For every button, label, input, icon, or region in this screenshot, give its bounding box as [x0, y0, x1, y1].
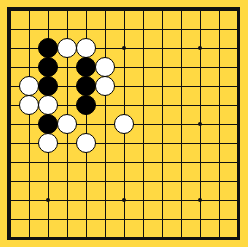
- intersection-M6[interactable]: [210, 134, 229, 153]
- intersection-B4[interactable]: [20, 172, 39, 191]
- star-point: [198, 198, 202, 202]
- intersection-A1[interactable]: [1, 229, 20, 247]
- intersection-E6[interactable]: ●: [77, 134, 96, 153]
- intersection-N10[interactable]: [229, 58, 248, 77]
- white-stone[interactable]: ●: [57, 38, 77, 58]
- intersection-D3[interactable]: [58, 191, 77, 210]
- intersection-J12[interactable]: [153, 20, 172, 39]
- intersection-K5[interactable]: [172, 153, 191, 172]
- go-board: ●●●●●●●●●●●●●●●●●●: [1, 1, 248, 247]
- intersection-G13[interactable]: [115, 1, 134, 20]
- intersection-H3[interactable]: [134, 191, 153, 210]
- intersection-F9[interactable]: ●: [96, 77, 115, 96]
- intersection-B12[interactable]: [20, 20, 39, 39]
- intersection-H10[interactable]: [134, 58, 153, 77]
- white-stone[interactable]: ●: [38, 95, 58, 115]
- intersection-H9[interactable]: [134, 77, 153, 96]
- intersection-A6[interactable]: [1, 134, 20, 153]
- intersection-L4[interactable]: [191, 172, 210, 191]
- intersection-L13[interactable]: [191, 1, 210, 20]
- intersection-K3[interactable]: [172, 191, 191, 210]
- intersection-C6[interactable]: ●: [39, 134, 58, 153]
- intersection-H2[interactable]: [134, 210, 153, 229]
- intersection-G11[interactable]: [115, 39, 134, 58]
- intersection-N8[interactable]: [229, 96, 248, 115]
- intersection-J3[interactable]: [153, 191, 172, 210]
- intersection-C3[interactable]: [39, 191, 58, 210]
- intersection-L12[interactable]: [191, 20, 210, 39]
- intersection-D2[interactable]: [58, 210, 77, 229]
- intersection-C8[interactable]: ●: [39, 96, 58, 115]
- black-stone[interactable]: ●: [38, 38, 58, 58]
- intersection-B6[interactable]: [20, 134, 39, 153]
- black-stone[interactable]: ●: [76, 57, 96, 77]
- white-stone[interactable]: ●: [76, 133, 96, 153]
- black-stone[interactable]: ●: [76, 76, 96, 96]
- intersection-N1[interactable]: [229, 229, 248, 247]
- intersection-N4[interactable]: [229, 172, 248, 191]
- intersection-D13[interactable]: [58, 1, 77, 20]
- intersection-C11[interactable]: ●: [39, 39, 58, 58]
- intersection-B2[interactable]: [20, 210, 39, 229]
- intersection-M4[interactable]: [210, 172, 229, 191]
- go-board-diagram: ●●●●●●●●●●●●●●●●●●: [0, 0, 247, 247]
- intersection-E1[interactable]: [77, 229, 96, 247]
- black-stone[interactable]: ●: [38, 114, 58, 134]
- intersection-L5[interactable]: [191, 153, 210, 172]
- intersection-L7[interactable]: [191, 115, 210, 134]
- intersection-F2[interactable]: [96, 210, 115, 229]
- black-stone[interactable]: ●: [38, 57, 58, 77]
- intersection-E7[interactable]: [77, 115, 96, 134]
- white-stone[interactable]: ●: [114, 114, 134, 134]
- intersection-H11[interactable]: [134, 39, 153, 58]
- intersection-L3[interactable]: [191, 191, 210, 210]
- intersection-A7[interactable]: [1, 115, 20, 134]
- intersection-H12[interactable]: [134, 20, 153, 39]
- intersection-D1[interactable]: [58, 229, 77, 247]
- intersection-M3[interactable]: [210, 191, 229, 210]
- intersection-G4[interactable]: [115, 172, 134, 191]
- intersection-B10[interactable]: [20, 58, 39, 77]
- intersection-M2[interactable]: [210, 210, 229, 229]
- intersection-B5[interactable]: [20, 153, 39, 172]
- intersection-A10[interactable]: [1, 58, 20, 77]
- intersection-K11[interactable]: [172, 39, 191, 58]
- intersection-B13[interactable]: [20, 1, 39, 20]
- intersection-N2[interactable]: [229, 210, 248, 229]
- intersection-N6[interactable]: [229, 134, 248, 153]
- intersection-L1[interactable]: [191, 229, 210, 247]
- intersection-E12[interactable]: [77, 20, 96, 39]
- intersection-N5[interactable]: [229, 153, 248, 172]
- intersection-H8[interactable]: [134, 96, 153, 115]
- intersection-J5[interactable]: [153, 153, 172, 172]
- intersection-M13[interactable]: [210, 1, 229, 20]
- intersection-H1[interactable]: [134, 229, 153, 247]
- intersection-H7[interactable]: [134, 115, 153, 134]
- intersection-D10[interactable]: [58, 58, 77, 77]
- intersection-N7[interactable]: [229, 115, 248, 134]
- white-stone[interactable]: ●: [76, 38, 96, 58]
- intersection-L8[interactable]: [191, 96, 210, 115]
- intersection-G1[interactable]: [115, 229, 134, 247]
- intersection-K12[interactable]: [172, 20, 191, 39]
- intersection-M10[interactable]: [210, 58, 229, 77]
- intersection-E4[interactable]: [77, 172, 96, 191]
- intersection-L6[interactable]: [191, 134, 210, 153]
- intersection-A3[interactable]: [1, 191, 20, 210]
- intersection-G3[interactable]: [115, 191, 134, 210]
- intersection-E10[interactable]: ●: [77, 58, 96, 77]
- star-point: [122, 198, 126, 202]
- intersection-M5[interactable]: [210, 153, 229, 172]
- intersection-F5[interactable]: [96, 153, 115, 172]
- intersection-D7[interactable]: ●: [58, 115, 77, 134]
- intersection-D8[interactable]: [58, 96, 77, 115]
- intersection-C13[interactable]: [39, 1, 58, 20]
- intersection-J13[interactable]: [153, 1, 172, 20]
- intersection-E13[interactable]: [77, 1, 96, 20]
- intersection-N13[interactable]: [229, 1, 248, 20]
- intersection-M7[interactable]: [210, 115, 229, 134]
- intersection-A11[interactable]: [1, 39, 20, 58]
- intersection-K4[interactable]: [172, 172, 191, 191]
- intersection-K10[interactable]: [172, 58, 191, 77]
- intersection-B9[interactable]: ●: [20, 77, 39, 96]
- intersection-J11[interactable]: [153, 39, 172, 58]
- intersection-H13[interactable]: [134, 1, 153, 20]
- intersection-G10[interactable]: [115, 58, 134, 77]
- intersection-E5[interactable]: [77, 153, 96, 172]
- intersection-F7[interactable]: [96, 115, 115, 134]
- intersection-B1[interactable]: [20, 229, 39, 247]
- intersection-C5[interactable]: [39, 153, 58, 172]
- intersection-A5[interactable]: [1, 153, 20, 172]
- star-point: [122, 46, 126, 50]
- intersection-L10[interactable]: [191, 58, 210, 77]
- intersection-C4[interactable]: [39, 172, 58, 191]
- intersection-B8[interactable]: ●: [20, 96, 39, 115]
- intersection-G12[interactable]: [115, 20, 134, 39]
- intersection-A9[interactable]: [1, 77, 20, 96]
- intersection-D11[interactable]: ●: [58, 39, 77, 58]
- intersection-D9[interactable]: [58, 77, 77, 96]
- intersection-F4[interactable]: [96, 172, 115, 191]
- intersection-F1[interactable]: [96, 229, 115, 247]
- intersection-J4[interactable]: [153, 172, 172, 191]
- intersection-N12[interactable]: [229, 20, 248, 39]
- intersection-F8[interactable]: [96, 96, 115, 115]
- white-stone[interactable]: ●: [57, 114, 77, 134]
- intersection-H6[interactable]: [134, 134, 153, 153]
- intersection-K9[interactable]: [172, 77, 191, 96]
- intersection-D6[interactable]: [58, 134, 77, 153]
- intersection-J7[interactable]: [153, 115, 172, 134]
- intersection-N3[interactable]: [229, 191, 248, 210]
- intersection-E2[interactable]: [77, 210, 96, 229]
- intersection-M8[interactable]: [210, 96, 229, 115]
- intersection-M9[interactable]: [210, 77, 229, 96]
- intersection-J6[interactable]: [153, 134, 172, 153]
- intersection-A8[interactable]: [1, 96, 20, 115]
- intersection-J8[interactable]: [153, 96, 172, 115]
- intersection-E11[interactable]: ●: [77, 39, 96, 58]
- intersection-F12[interactable]: [96, 20, 115, 39]
- intersection-K1[interactable]: [172, 229, 191, 247]
- intersection-E8[interactable]: ●: [77, 96, 96, 115]
- intersection-M11[interactable]: [210, 39, 229, 58]
- star-point: [198, 46, 202, 50]
- intersection-G2[interactable]: [115, 210, 134, 229]
- intersection-L2[interactable]: [191, 210, 210, 229]
- intersection-B3[interactable]: [20, 191, 39, 210]
- star-point: [198, 122, 202, 126]
- intersection-F11[interactable]: [96, 39, 115, 58]
- intersection-J10[interactable]: [153, 58, 172, 77]
- intersection-K13[interactable]: [172, 1, 191, 20]
- intersection-J2[interactable]: [153, 210, 172, 229]
- intersection-C2[interactable]: [39, 210, 58, 229]
- intersection-F13[interactable]: [96, 1, 115, 20]
- intersection-J1[interactable]: [153, 229, 172, 247]
- white-stone[interactable]: ●: [19, 76, 39, 96]
- intersection-J9[interactable]: [153, 77, 172, 96]
- intersection-M1[interactable]: [210, 229, 229, 247]
- intersection-B7[interactable]: [20, 115, 39, 134]
- intersection-G9[interactable]: [115, 77, 134, 96]
- intersection-C9[interactable]: ●: [39, 77, 58, 96]
- star-point: [46, 198, 50, 202]
- intersection-C12[interactable]: [39, 20, 58, 39]
- intersection-A4[interactable]: [1, 172, 20, 191]
- intersection-N9[interactable]: [229, 77, 248, 96]
- white-stone[interactable]: ●: [95, 57, 115, 77]
- intersection-K2[interactable]: [172, 210, 191, 229]
- black-stone[interactable]: ●: [76, 95, 96, 115]
- intersection-M12[interactable]: [210, 20, 229, 39]
- intersection-K8[interactable]: [172, 96, 191, 115]
- intersection-N11[interactable]: [229, 39, 248, 58]
- intersection-H4[interactable]: [134, 172, 153, 191]
- white-stone[interactable]: ●: [38, 133, 58, 153]
- intersection-E9[interactable]: ●: [77, 77, 96, 96]
- intersection-L11[interactable]: [191, 39, 210, 58]
- intersection-C10[interactable]: ●: [39, 58, 58, 77]
- intersection-D12[interactable]: [58, 20, 77, 39]
- intersection-E3[interactable]: [77, 191, 96, 210]
- intersection-C7[interactable]: ●: [39, 115, 58, 134]
- intersection-F10[interactable]: ●: [96, 58, 115, 77]
- intersection-G6[interactable]: [115, 134, 134, 153]
- intersection-L9[interactable]: [191, 77, 210, 96]
- white-stone[interactable]: ●: [95, 76, 115, 96]
- intersection-B11[interactable]: [20, 39, 39, 58]
- intersection-D5[interactable]: [58, 153, 77, 172]
- intersection-F6[interactable]: [96, 134, 115, 153]
- intersection-A12[interactable]: [1, 20, 20, 39]
- intersection-G7[interactable]: ●: [115, 115, 134, 134]
- black-stone[interactable]: ●: [38, 76, 58, 96]
- intersection-H5[interactable]: [134, 153, 153, 172]
- intersection-F3[interactable]: [96, 191, 115, 210]
- intersection-C1[interactable]: [39, 229, 58, 247]
- intersection-A2[interactable]: [1, 210, 20, 229]
- intersection-K6[interactable]: [172, 134, 191, 153]
- intersection-G8[interactable]: [115, 96, 134, 115]
- intersection-K7[interactable]: [172, 115, 191, 134]
- intersection-D4[interactable]: [58, 172, 77, 191]
- intersection-A13[interactable]: [1, 1, 20, 20]
- white-stone[interactable]: ●: [19, 95, 39, 115]
- intersection-G5[interactable]: [115, 153, 134, 172]
